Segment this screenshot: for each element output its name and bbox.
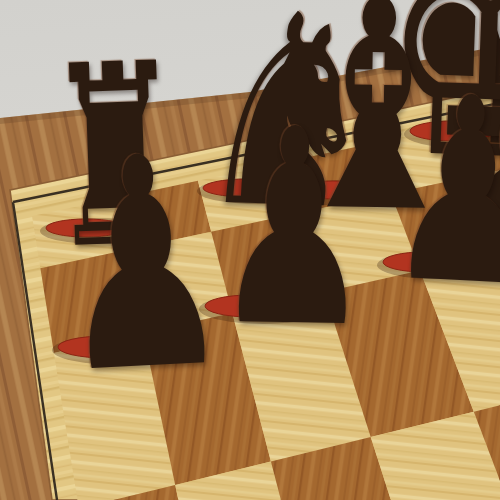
black-pawn-e7: ♟ (383, 60, 500, 323)
chess-set-photo: ♛♚♞♝♜♟♟♟♟ (0, 0, 500, 500)
black-pawn-g7: ♟ (211, 93, 375, 366)
black-pawn-h7: ♟ (49, 116, 236, 415)
